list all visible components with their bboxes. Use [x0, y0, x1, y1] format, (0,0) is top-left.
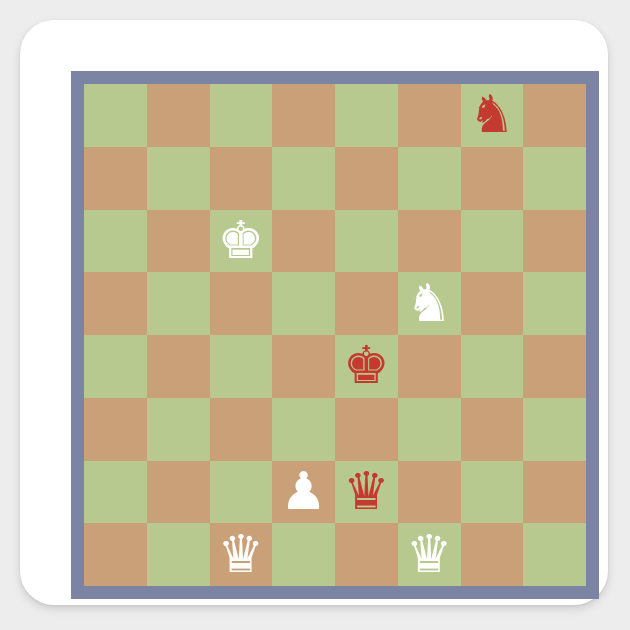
square-g3 — [461, 398, 524, 461]
square-g4 — [461, 335, 524, 398]
square-e6 — [335, 210, 398, 273]
square-h7 — [523, 147, 586, 210]
square-e5 — [335, 272, 398, 335]
square-f3 — [398, 398, 461, 461]
piece-white-king: ♚ — [218, 214, 265, 266]
square-d6 — [272, 210, 335, 273]
square-d1 — [272, 523, 335, 586]
square-f1: ♛ — [398, 523, 461, 586]
board-frame: ♞♚♞♚♟♛♛♛ — [71, 71, 599, 599]
square-h2 — [523, 461, 586, 524]
square-a3 — [84, 398, 147, 461]
square-f7 — [398, 147, 461, 210]
square-h3 — [523, 398, 586, 461]
square-f6 — [398, 210, 461, 273]
square-d7 — [272, 147, 335, 210]
square-c5 — [210, 272, 273, 335]
square-h5 — [523, 272, 586, 335]
square-d3 — [272, 398, 335, 461]
square-a5 — [84, 272, 147, 335]
square-b8 — [147, 84, 210, 147]
square-c7 — [210, 147, 273, 210]
square-e1 — [335, 523, 398, 586]
piece-red-knight: ♞ — [469, 88, 516, 140]
square-c8 — [210, 84, 273, 147]
square-a1 — [84, 523, 147, 586]
square-b3 — [147, 398, 210, 461]
square-c6: ♚ — [210, 210, 273, 273]
square-e3 — [335, 398, 398, 461]
square-f8 — [398, 84, 461, 147]
square-e7 — [335, 147, 398, 210]
piece-red-queen: ♛ — [343, 465, 390, 517]
square-h4 — [523, 335, 586, 398]
square-b6 — [147, 210, 210, 273]
square-c1: ♛ — [210, 523, 273, 586]
square-f5: ♞ — [398, 272, 461, 335]
square-e2: ♛ — [335, 461, 398, 524]
square-a8 — [84, 84, 147, 147]
page-background: ♞♚♞♚♟♛♛♛ — [0, 0, 630, 630]
square-h6 — [523, 210, 586, 273]
square-c3 — [210, 398, 273, 461]
square-b1 — [147, 523, 210, 586]
square-g5 — [461, 272, 524, 335]
square-d8 — [272, 84, 335, 147]
square-a4 — [84, 335, 147, 398]
square-c2 — [210, 461, 273, 524]
piece-red-king: ♚ — [343, 339, 390, 391]
square-a6 — [84, 210, 147, 273]
square-g2 — [461, 461, 524, 524]
square-a2 — [84, 461, 147, 524]
square-g6 — [461, 210, 524, 273]
square-h1 — [523, 523, 586, 586]
square-g8: ♞ — [461, 84, 524, 147]
piece-white-pawn: ♟ — [280, 465, 327, 517]
square-b5 — [147, 272, 210, 335]
square-f4 — [398, 335, 461, 398]
square-b7 — [147, 147, 210, 210]
square-h8 — [523, 84, 586, 147]
piece-white-queen: ♛ — [218, 528, 265, 580]
square-f2 — [398, 461, 461, 524]
piece-white-queen: ♛ — [406, 528, 453, 580]
square-d2: ♟ — [272, 461, 335, 524]
square-a7 — [84, 147, 147, 210]
piece-white-knight: ♞ — [406, 277, 453, 329]
square-c4 — [210, 335, 273, 398]
square-g7 — [461, 147, 524, 210]
sticker: ♞♚♞♚♟♛♛♛ — [20, 20, 608, 605]
square-d4 — [272, 335, 335, 398]
square-e8 — [335, 84, 398, 147]
square-g1 — [461, 523, 524, 586]
square-b4 — [147, 335, 210, 398]
chess-board: ♞♚♞♚♟♛♛♛ — [84, 84, 586, 586]
square-d5 — [272, 272, 335, 335]
square-e4: ♚ — [335, 335, 398, 398]
square-b2 — [147, 461, 210, 524]
